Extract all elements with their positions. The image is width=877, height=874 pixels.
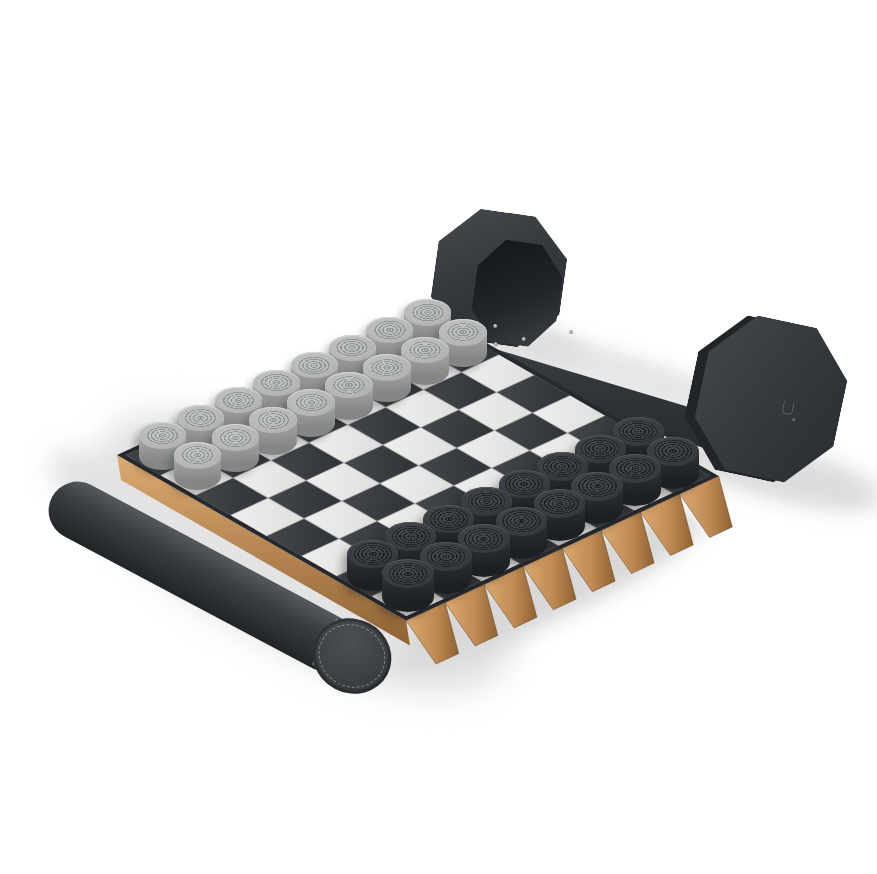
piece-ring-engraving <box>389 563 427 585</box>
piece-ring-engraving <box>369 358 404 378</box>
checker-piece-gray[interactable] <box>174 442 222 490</box>
piece-ring-engraving <box>445 322 480 342</box>
rolling-checkers-set-photo <box>0 0 877 874</box>
piece-ring-engraving <box>218 428 253 448</box>
piece-top-face <box>382 559 434 588</box>
piece-top-face <box>174 442 222 469</box>
piece-ring-engraving <box>407 340 442 360</box>
piece-ring-engraving <box>331 375 366 395</box>
piece-ring-engraving <box>180 445 215 465</box>
piece-ring-engraving <box>294 393 329 413</box>
piece-ring-engraving <box>256 410 291 430</box>
checker-piece-black[interactable] <box>382 559 434 611</box>
